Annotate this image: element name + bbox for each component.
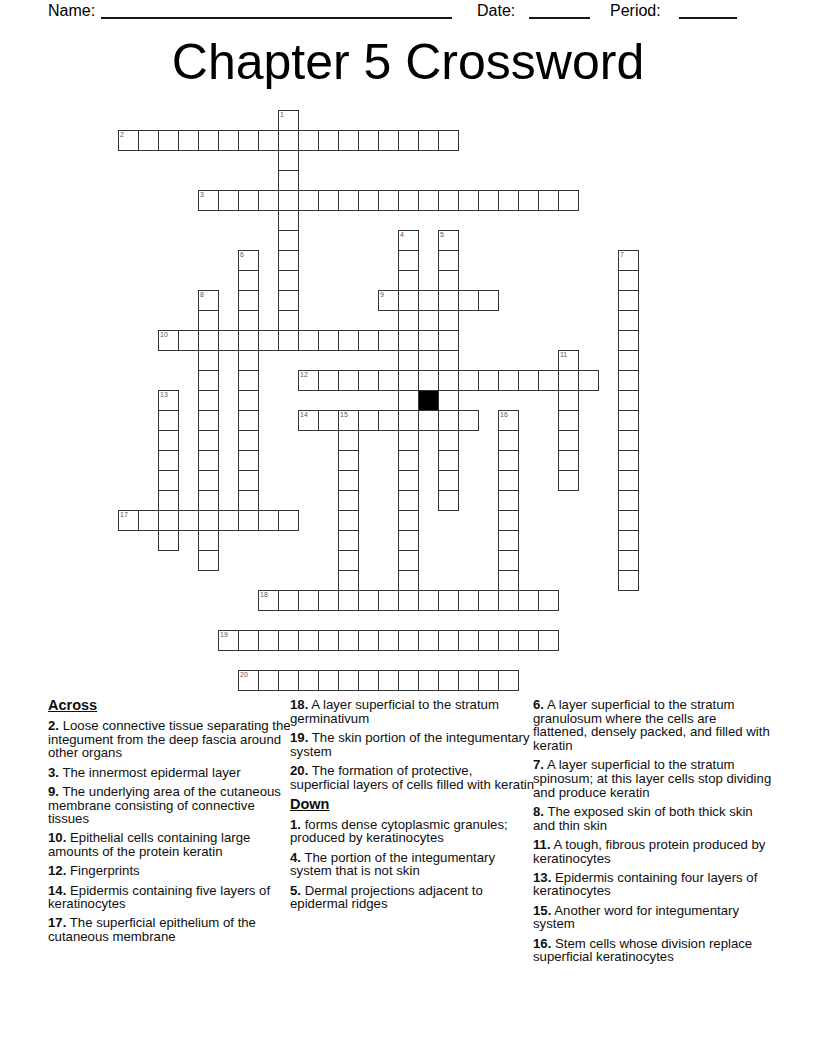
clue-number-label: 19. bbox=[290, 730, 308, 745]
grid-cell bbox=[378, 670, 399, 691]
grid-cell bbox=[358, 410, 379, 431]
grid-cell bbox=[298, 330, 319, 351]
grid-cell bbox=[458, 370, 479, 391]
grid-cell bbox=[558, 470, 579, 491]
clue-number: 13 bbox=[160, 391, 168, 399]
grid-cell bbox=[318, 670, 339, 691]
grid-cell bbox=[518, 630, 539, 651]
grid-cell bbox=[478, 290, 499, 311]
clue-2: 2. Loose connective tissue separating th… bbox=[48, 719, 291, 760]
grid-cell bbox=[398, 550, 419, 571]
grid-cell bbox=[258, 630, 279, 651]
grid-cell bbox=[338, 370, 359, 391]
grid-cell: 9 bbox=[378, 290, 399, 311]
clue-number: 2 bbox=[120, 131, 124, 139]
grid-cell: 18 bbox=[258, 590, 279, 611]
grid-cell bbox=[438, 250, 459, 271]
grid-cell bbox=[418, 370, 439, 391]
grid-cell bbox=[258, 510, 279, 531]
grid-cell bbox=[398, 330, 419, 351]
grid-cell bbox=[278, 330, 299, 351]
grid-cell bbox=[438, 370, 459, 391]
grid-cell bbox=[438, 350, 459, 371]
name-blank-line bbox=[101, 17, 452, 19]
grid-cell bbox=[238, 370, 259, 391]
grid-cell bbox=[438, 330, 459, 351]
grid-cell bbox=[538, 190, 559, 211]
grid-cell bbox=[418, 190, 439, 211]
grid-cell bbox=[278, 190, 299, 211]
grid-cell bbox=[258, 330, 279, 351]
grid-cell bbox=[258, 670, 279, 691]
grid-cell bbox=[198, 390, 219, 411]
period-blank-line bbox=[679, 17, 737, 19]
clue-number: 6 bbox=[240, 251, 244, 259]
grid-cell bbox=[538, 630, 559, 651]
grid-cell bbox=[458, 410, 479, 431]
grid-cell bbox=[398, 350, 419, 371]
grid-cell bbox=[398, 530, 419, 551]
clue-number-label: 18. bbox=[290, 697, 308, 712]
grid-cell bbox=[198, 470, 219, 491]
clue-8: 8. The exposed skin of both thick skin a… bbox=[533, 805, 774, 832]
grid-cell bbox=[398, 490, 419, 511]
grid-cell bbox=[318, 370, 339, 391]
grid-cell bbox=[278, 310, 299, 331]
grid-cell bbox=[618, 330, 639, 351]
clue-11: 11. A tough, fibrous protein produced by… bbox=[533, 838, 774, 865]
clue-column-middle: 18. A layer superficial to the stratum g… bbox=[290, 698, 535, 916]
down-header: Down bbox=[290, 797, 535, 812]
clue-4: 4. The portion of the integumentary syst… bbox=[290, 851, 535, 878]
name-label: Name: bbox=[48, 2, 95, 20]
grid-cell bbox=[498, 450, 519, 471]
grid-cell bbox=[298, 590, 319, 611]
grid-cell bbox=[438, 630, 459, 651]
grid-cell bbox=[138, 510, 159, 531]
grid-cell bbox=[158, 130, 179, 151]
grid-cell bbox=[498, 190, 519, 211]
grid-cell bbox=[178, 130, 199, 151]
clue-number: 5 bbox=[440, 231, 444, 239]
grid-cell bbox=[278, 590, 299, 611]
grid-cell bbox=[498, 470, 519, 491]
grid-cell bbox=[438, 450, 459, 471]
grid-cell bbox=[618, 370, 639, 391]
clue-column-across: Across 2. Loose connective tissue separa… bbox=[48, 698, 291, 949]
grid-cell bbox=[538, 370, 559, 391]
grid-cell bbox=[238, 390, 259, 411]
grid-cell: 11 bbox=[558, 350, 579, 371]
grid-cell: 10 bbox=[158, 330, 179, 351]
grid-cell bbox=[158, 410, 179, 431]
grid-cell bbox=[418, 290, 439, 311]
grid-cell: 13 bbox=[158, 390, 179, 411]
clue-number: 3 bbox=[200, 191, 204, 199]
grid-cell bbox=[438, 590, 459, 611]
clue-number: 15 bbox=[340, 411, 348, 419]
grid-cell bbox=[218, 510, 239, 531]
grid-cell bbox=[338, 450, 359, 471]
grid-cell bbox=[238, 450, 259, 471]
clue-17: 17. The superficial epithelium of the cu… bbox=[48, 916, 291, 943]
grid-cell bbox=[418, 590, 439, 611]
clue-10: 10. Epithelial cells containing large am… bbox=[48, 831, 291, 858]
grid-cell: 4 bbox=[398, 230, 419, 251]
grid-cell bbox=[498, 530, 519, 551]
grid-cell: 17 bbox=[118, 510, 139, 531]
grid-cell bbox=[618, 470, 639, 491]
grid-cell bbox=[278, 250, 299, 271]
clue-number: 14 bbox=[300, 411, 308, 419]
crossword-grid: 2391012141517181920145678111316 bbox=[118, 110, 639, 691]
clue-number: 10 bbox=[160, 331, 168, 339]
grid-cell bbox=[498, 590, 519, 611]
grid-cell bbox=[378, 190, 399, 211]
grid-cell bbox=[458, 630, 479, 651]
grid-cell bbox=[398, 190, 419, 211]
grid-cell bbox=[318, 590, 339, 611]
grid-cell bbox=[198, 350, 219, 371]
grid-cell bbox=[498, 570, 519, 591]
grid-cell bbox=[618, 530, 639, 551]
grid-cell bbox=[438, 670, 459, 691]
grid-cell bbox=[398, 390, 419, 411]
grid-cell bbox=[318, 410, 339, 431]
grid-cell bbox=[238, 510, 259, 531]
clue-20: 20. The formation of protective, superfi… bbox=[290, 764, 535, 791]
grid-cell bbox=[278, 230, 299, 251]
grid-cell bbox=[378, 590, 399, 611]
clue-number-label: 9. bbox=[48, 784, 59, 799]
grid-cell bbox=[498, 670, 519, 691]
grid-cell bbox=[438, 190, 459, 211]
clue-number-label: 5. bbox=[290, 883, 301, 898]
grid-cell bbox=[398, 470, 419, 491]
clue-9: 9. The underlying area of the cutaneous … bbox=[48, 785, 291, 826]
clue-number-label: 4. bbox=[290, 850, 301, 865]
clue-number: 7 bbox=[620, 251, 624, 259]
grid-cell bbox=[618, 290, 639, 311]
clue-number: 17 bbox=[120, 511, 128, 519]
grid-cell bbox=[398, 450, 419, 471]
grid-cell bbox=[238, 310, 259, 331]
grid-cell bbox=[158, 470, 179, 491]
grid-cell bbox=[618, 570, 639, 591]
grid-cell bbox=[138, 130, 159, 151]
clue-number-label: 10. bbox=[48, 830, 66, 845]
grid-cell: 2 bbox=[118, 130, 139, 151]
grid-cell bbox=[458, 190, 479, 211]
grid-cell bbox=[238, 290, 259, 311]
clue-15: 15. Another word for integumentary syste… bbox=[533, 904, 774, 931]
grid-cell bbox=[178, 330, 199, 351]
grid-cell bbox=[198, 310, 219, 331]
grid-cell bbox=[398, 410, 419, 431]
grid-cell bbox=[458, 590, 479, 611]
grid-cell bbox=[198, 410, 219, 431]
grid-cell bbox=[238, 350, 259, 371]
grid-cell: 3 bbox=[198, 190, 219, 211]
grid-cell: 16 bbox=[498, 410, 519, 431]
grid-cell bbox=[398, 630, 419, 651]
grid-cell bbox=[338, 190, 359, 211]
grid-cell bbox=[558, 370, 579, 391]
grid-cell bbox=[558, 190, 579, 211]
grid-cell bbox=[338, 630, 359, 651]
grid-cell bbox=[338, 130, 359, 151]
grid-cell bbox=[478, 370, 499, 391]
clue-number: 1 bbox=[280, 111, 284, 119]
grid-cell bbox=[338, 330, 359, 351]
grid-cell bbox=[398, 430, 419, 451]
clue-number: 12 bbox=[300, 371, 308, 379]
grid-cell bbox=[158, 490, 179, 511]
grid-cell bbox=[398, 310, 419, 331]
clue-19: 19. The skin portion of the integumentar… bbox=[290, 731, 535, 758]
grid-cell bbox=[418, 630, 439, 651]
grid-cell bbox=[398, 370, 419, 391]
grid-cell bbox=[498, 430, 519, 451]
grid-cell bbox=[438, 310, 459, 331]
grid-cell bbox=[398, 270, 419, 291]
clue-number: 8 bbox=[200, 291, 204, 299]
grid-cell bbox=[438, 470, 459, 491]
clue-number-label: 11. bbox=[533, 837, 551, 852]
grid-cell bbox=[398, 510, 419, 531]
grid-cell bbox=[238, 470, 259, 491]
black-cell bbox=[418, 390, 439, 411]
grid-cell bbox=[478, 670, 499, 691]
clue-6: 6. A layer superficial to the stratum gr… bbox=[533, 698, 774, 753]
grid-cell bbox=[418, 130, 439, 151]
grid-cell bbox=[478, 590, 499, 611]
grid-cell bbox=[198, 510, 219, 531]
clue-number-label: 6. bbox=[533, 697, 544, 712]
grid-cell bbox=[618, 390, 639, 411]
grid-cell bbox=[278, 150, 299, 171]
clue-number-label: 16. bbox=[533, 936, 551, 951]
grid-cell bbox=[498, 370, 519, 391]
grid-cell bbox=[458, 670, 479, 691]
clue-number: 18 bbox=[260, 591, 268, 599]
grid-cell bbox=[378, 410, 399, 431]
grid-cell bbox=[398, 670, 419, 691]
grid-cell: 6 bbox=[238, 250, 259, 271]
grid-cell: 14 bbox=[298, 410, 319, 431]
grid-cell bbox=[238, 430, 259, 451]
grid-cell: 20 bbox=[238, 670, 259, 691]
grid-cell bbox=[238, 130, 259, 151]
grid-cell bbox=[238, 330, 259, 351]
clue-3: 3. The innermost epidermal layer bbox=[48, 766, 291, 780]
grid-cell bbox=[618, 310, 639, 331]
clue-number: 4 bbox=[400, 231, 404, 239]
grid-cell bbox=[618, 410, 639, 431]
grid-cell bbox=[198, 450, 219, 471]
clue-number-label: 15. bbox=[533, 903, 551, 918]
clue-number-label: 20. bbox=[290, 763, 308, 778]
grid-cell bbox=[338, 570, 359, 591]
grid-cell bbox=[318, 190, 339, 211]
clue-7: 7. A layer superficial to the stratum sp… bbox=[533, 758, 774, 799]
grid-cell bbox=[238, 410, 259, 431]
grid-cell bbox=[358, 630, 379, 651]
grid-cell bbox=[478, 630, 499, 651]
grid-cell bbox=[378, 370, 399, 391]
grid-cell bbox=[198, 130, 219, 151]
grid-cell bbox=[298, 670, 319, 691]
clue-number-label: 1. bbox=[290, 817, 301, 832]
clue-number-label: 8. bbox=[533, 804, 544, 819]
grid-cell bbox=[278, 670, 299, 691]
grid-cell bbox=[218, 190, 239, 211]
grid-cell bbox=[158, 510, 179, 531]
grid-cell bbox=[338, 670, 359, 691]
grid-cell bbox=[338, 550, 359, 571]
grid-cell bbox=[498, 630, 519, 651]
clue-16: 16. Stem cells whose division replace su… bbox=[533, 937, 774, 964]
grid-cell bbox=[238, 190, 259, 211]
grid-cell bbox=[478, 190, 499, 211]
grid-cell bbox=[358, 330, 379, 351]
grid-cell bbox=[258, 190, 279, 211]
clue-number: 11 bbox=[560, 351, 567, 359]
grid-cell bbox=[438, 270, 459, 291]
grid-cell bbox=[278, 510, 299, 531]
clue-14: 14. Epidermis containing five layers of … bbox=[48, 884, 291, 911]
grid-cell bbox=[198, 490, 219, 511]
grid-cell bbox=[398, 290, 419, 311]
grid-cell bbox=[618, 550, 639, 571]
grid-cell bbox=[318, 330, 339, 351]
grid-cell: 1 bbox=[278, 110, 299, 131]
date-blank-line bbox=[529, 17, 590, 19]
grid-cell bbox=[358, 190, 379, 211]
grid-cell bbox=[238, 630, 259, 651]
grid-cell bbox=[338, 430, 359, 451]
page-title: Chapter 5 Crossword bbox=[0, 33, 816, 91]
grid-cell bbox=[398, 250, 419, 271]
grid-cell bbox=[438, 410, 459, 431]
grid-cell bbox=[198, 530, 219, 551]
grid-cell: 15 bbox=[338, 410, 359, 431]
grid-cell bbox=[618, 490, 639, 511]
grid-cell bbox=[498, 550, 519, 571]
across-header: Across bbox=[48, 698, 291, 713]
grid-cell bbox=[518, 590, 539, 611]
clue-number: 9 bbox=[380, 291, 384, 299]
clue-number-label: 14. bbox=[48, 883, 66, 898]
grid-cell bbox=[458, 290, 479, 311]
grid-cell bbox=[418, 670, 439, 691]
clue-number: 20 bbox=[240, 671, 248, 679]
grid-cell bbox=[198, 370, 219, 391]
grid-cell bbox=[238, 490, 259, 511]
clue-column-down: 6. A layer superficial to the stratum gr… bbox=[533, 698, 774, 969]
grid-cell bbox=[318, 130, 339, 151]
grid-cell bbox=[338, 590, 359, 611]
grid-cell bbox=[418, 410, 439, 431]
clue-number: 16 bbox=[500, 411, 508, 419]
grid-cell bbox=[338, 510, 359, 531]
grid-cell bbox=[218, 330, 239, 351]
grid-cell: 5 bbox=[438, 230, 459, 251]
grid-cell bbox=[178, 510, 199, 531]
grid-cell: 8 bbox=[198, 290, 219, 311]
grid-cell bbox=[278, 290, 299, 311]
grid-cell bbox=[518, 370, 539, 391]
clue-12: 12. Fingerprints bbox=[48, 864, 291, 878]
grid-cell bbox=[618, 450, 639, 471]
grid-cell bbox=[538, 590, 559, 611]
grid-cell bbox=[198, 550, 219, 571]
grid-cell bbox=[558, 450, 579, 471]
grid-cell bbox=[298, 190, 319, 211]
grid-cell bbox=[358, 670, 379, 691]
clue-18: 18. A layer superficial to the stratum g… bbox=[290, 698, 535, 725]
grid-cell: 19 bbox=[218, 630, 239, 651]
grid-cell bbox=[378, 130, 399, 151]
grid-cell bbox=[498, 510, 519, 531]
grid-cell bbox=[438, 390, 459, 411]
grid-cell bbox=[158, 430, 179, 451]
grid-cell bbox=[358, 590, 379, 611]
clue-number-label: 7. bbox=[533, 757, 544, 772]
grid-cell bbox=[558, 390, 579, 411]
grid-cell: 7 bbox=[618, 250, 639, 271]
grid-cell bbox=[278, 130, 299, 151]
clue-number-label: 13. bbox=[533, 870, 551, 885]
grid-cell bbox=[298, 630, 319, 651]
grid-cell bbox=[418, 330, 439, 351]
grid-cell bbox=[278, 630, 299, 651]
grid-cell bbox=[618, 350, 639, 371]
grid-cell bbox=[198, 430, 219, 451]
grid-cell bbox=[618, 270, 639, 291]
grid-cell bbox=[558, 410, 579, 431]
grid-cell bbox=[158, 530, 179, 551]
clue-number-label: 2. bbox=[48, 718, 59, 733]
grid-cell bbox=[438, 490, 459, 511]
clue-number-label: 17. bbox=[48, 915, 66, 930]
grid-cell bbox=[398, 590, 419, 611]
clue-5: 5. Dermal projections adjacent to epider… bbox=[290, 884, 535, 911]
grid-cell bbox=[578, 370, 599, 391]
clue-13: 13. Epidermis containing four layers of … bbox=[533, 871, 774, 898]
grid-cell bbox=[398, 570, 419, 591]
period-label: Period: bbox=[610, 2, 661, 20]
grid-cell bbox=[558, 430, 579, 451]
grid-cell bbox=[378, 330, 399, 351]
grid-cell bbox=[438, 430, 459, 451]
grid-cell bbox=[198, 330, 219, 351]
grid-cell bbox=[238, 270, 259, 291]
grid-cell bbox=[278, 270, 299, 291]
grid-cell bbox=[358, 130, 379, 151]
clue-number: 19 bbox=[220, 631, 228, 639]
grid-cell bbox=[278, 170, 299, 191]
grid-cell bbox=[278, 210, 299, 231]
grid-cell bbox=[338, 490, 359, 511]
grid-cell bbox=[338, 530, 359, 551]
grid-cell bbox=[438, 130, 459, 151]
grid-cell bbox=[218, 130, 239, 151]
clue-1: 1. forms dense cytoplasmic granules; pro… bbox=[290, 818, 535, 845]
grid-cell bbox=[318, 630, 339, 651]
grid-cell bbox=[158, 450, 179, 471]
grid-cell bbox=[438, 290, 459, 311]
